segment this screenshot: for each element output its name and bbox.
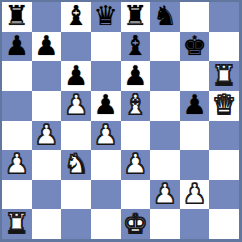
black-pawn-piece[interactable]: ♟ [123,62,147,89]
square-e1[interactable]: ♚ [121,209,151,239]
square-b4[interactable]: ♟ [32,121,62,151]
square-f3[interactable] [150,150,180,180]
square-b5[interactable] [32,91,62,121]
square-c5[interactable]: ♟ [61,91,91,121]
square-d5[interactable]: ♟ [91,91,121,121]
square-a1[interactable]: ♜ [2,209,32,239]
square-g8[interactable] [180,2,210,32]
square-h7[interactable] [209,32,239,62]
square-d8[interactable]: ♛ [91,2,121,32]
square-b8[interactable] [32,2,62,32]
black-pawn-piece[interactable]: ♟ [64,62,88,89]
square-a6[interactable] [2,61,32,91]
black-pawn-piece[interactable]: ♟ [182,91,206,118]
square-e4[interactable] [121,121,151,151]
white-pawn-piece[interactable]: ♟ [153,180,177,207]
white-pawn-piece[interactable]: ♟ [94,121,118,148]
square-e2[interactable] [121,180,151,210]
square-h4[interactable] [209,121,239,151]
square-d3[interactable] [91,150,121,180]
square-a3[interactable]: ♟ [2,150,32,180]
black-queen-piece[interactable]: ♛ [94,2,118,29]
chess-board-frame: ♜♝♛♜♞♟♟♝♚♟♟♜♟♟♝♟♛♟♟♟♞♟♟♟♜♚ [0,0,242,242]
square-h8[interactable] [209,2,239,32]
square-h5[interactable]: ♛ [209,91,239,121]
square-a7[interactable]: ♟ [2,32,32,62]
square-h3[interactable] [209,150,239,180]
white-rook-piece[interactable]: ♜ [5,210,29,237]
square-d1[interactable] [91,209,121,239]
square-d7[interactable] [91,32,121,62]
square-h1[interactable] [209,209,239,239]
square-b6[interactable] [32,61,62,91]
square-e7[interactable]: ♝ [121,32,151,62]
square-g6[interactable] [180,61,210,91]
black-rook-piece[interactable]: ♜ [123,2,147,29]
white-pawn-piece[interactable]: ♟ [123,150,147,177]
black-pawn-piece[interactable]: ♟ [94,91,118,118]
square-g1[interactable] [180,209,210,239]
square-c6[interactable]: ♟ [61,61,91,91]
black-bishop-piece[interactable]: ♝ [64,2,88,29]
black-bishop-piece[interactable]: ♝ [123,32,147,59]
square-e3[interactable]: ♟ [121,150,151,180]
chess-board: ♜♝♛♜♞♟♟♝♚♟♟♜♟♟♝♟♛♟♟♟♞♟♟♟♜♚ [2,2,239,239]
square-e8[interactable]: ♜ [121,2,151,32]
black-pawn-piece[interactable]: ♟ [5,32,29,59]
square-c7[interactable] [61,32,91,62]
square-g3[interactable] [180,150,210,180]
square-a8[interactable]: ♜ [2,2,32,32]
square-g7[interactable]: ♚ [180,32,210,62]
square-c8[interactable]: ♝ [61,2,91,32]
white-knight-piece[interactable]: ♞ [64,150,88,177]
white-pawn-piece[interactable]: ♟ [5,150,29,177]
white-pawn-piece[interactable]: ♟ [34,121,58,148]
black-king-piece[interactable]: ♚ [182,32,206,59]
white-king-piece[interactable]: ♚ [123,210,147,237]
white-rook-piece[interactable]: ♜ [212,62,236,89]
square-a4[interactable] [2,121,32,151]
white-queen-piece[interactable]: ♛ [212,91,236,118]
square-b3[interactable] [32,150,62,180]
square-c3[interactable]: ♞ [61,150,91,180]
square-d4[interactable]: ♟ [91,121,121,151]
square-f2[interactable]: ♟ [150,180,180,210]
square-e5[interactable]: ♝ [121,91,151,121]
black-knight-piece[interactable]: ♞ [153,2,177,29]
square-c2[interactable] [61,180,91,210]
square-a5[interactable] [2,91,32,121]
square-e6[interactable]: ♟ [121,61,151,91]
white-pawn-piece[interactable]: ♟ [182,180,206,207]
square-b2[interactable] [32,180,62,210]
square-c1[interactable] [61,209,91,239]
white-bishop-piece[interactable]: ♝ [123,91,147,118]
square-d6[interactable] [91,61,121,91]
square-f7[interactable] [150,32,180,62]
square-f6[interactable] [150,61,180,91]
square-h2[interactable] [209,180,239,210]
square-d2[interactable] [91,180,121,210]
square-g5[interactable]: ♟ [180,91,210,121]
square-g2[interactable]: ♟ [180,180,210,210]
black-rook-piece[interactable]: ♜ [5,2,29,29]
white-pawn-piece[interactable]: ♟ [64,91,88,118]
square-c4[interactable] [61,121,91,151]
square-f1[interactable] [150,209,180,239]
square-b7[interactable]: ♟ [32,32,62,62]
square-f8[interactable]: ♞ [150,2,180,32]
black-pawn-piece[interactable]: ♟ [34,32,58,59]
square-b1[interactable] [32,209,62,239]
square-h6[interactable]: ♜ [209,61,239,91]
square-g4[interactable] [180,121,210,151]
square-f5[interactable] [150,91,180,121]
square-a2[interactable] [2,180,32,210]
square-f4[interactable] [150,121,180,151]
